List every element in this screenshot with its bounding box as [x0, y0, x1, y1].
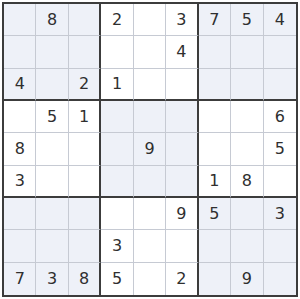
cell-r3c7[interactable]: [199, 69, 231, 101]
cell-r5c9[interactable]: 5: [264, 133, 296, 165]
cell-r2c1[interactable]: [4, 36, 36, 68]
cell-r3c9[interactable]: [264, 69, 296, 101]
cell-r7c8[interactable]: [231, 198, 263, 230]
cell-r5c4[interactable]: [101, 133, 133, 165]
given-digit: 3: [15, 173, 25, 189]
cell-r6c1[interactable]: 3: [4, 166, 36, 198]
cell-r5c7[interactable]: [199, 133, 231, 165]
given-digit: 8: [79, 271, 89, 287]
cell-r1c9[interactable]: 4: [264, 4, 296, 36]
cell-r3c4[interactable]: 1: [101, 69, 133, 101]
given-digit: 3: [176, 12, 186, 28]
cell-r5c2[interactable]: [36, 133, 68, 165]
cell-r9c7[interactable]: [199, 263, 231, 295]
cell-r9c5[interactable]: [134, 263, 166, 295]
cell-r4c8[interactable]: [231, 101, 263, 133]
given-digit: 2: [112, 12, 122, 28]
given-digit: 5: [112, 271, 122, 287]
cell-r9c4[interactable]: 5: [101, 263, 133, 295]
cell-r6c5[interactable]: [134, 166, 166, 198]
given-digit: 8: [47, 12, 57, 28]
cell-r8c8[interactable]: [231, 230, 263, 262]
cell-r6c2[interactable]: [36, 166, 68, 198]
cell-r8c2[interactable]: [36, 230, 68, 262]
cell-r4c3[interactable]: 1: [69, 101, 101, 133]
given-digit: 4: [176, 44, 186, 60]
cell-r7c9[interactable]: 3: [264, 198, 296, 230]
cell-r1c8[interactable]: 5: [231, 4, 263, 36]
cell-r1c3[interactable]: [69, 4, 101, 36]
cell-r6c7[interactable]: 1: [199, 166, 231, 198]
cell-r3c1[interactable]: 4: [4, 69, 36, 101]
cell-r5c3[interactable]: [69, 133, 101, 165]
cell-r3c2[interactable]: [36, 69, 68, 101]
cell-r2c7[interactable]: [199, 36, 231, 68]
cell-r1c7[interactable]: 7: [199, 4, 231, 36]
cell-r5c5[interactable]: 9: [134, 133, 166, 165]
cell-r1c4[interactable]: 2: [101, 4, 133, 36]
cell-r6c6[interactable]: [166, 166, 198, 198]
sudoku-board: 82375444215168953189533738529: [2, 2, 298, 297]
given-digit: 9: [242, 271, 252, 287]
given-digit: 2: [79, 76, 89, 92]
given-digit: 8: [15, 141, 25, 157]
given-digit: 1: [112, 76, 122, 92]
cell-r9c3[interactable]: 8: [69, 263, 101, 295]
given-digit: 3: [47, 271, 57, 287]
cell-r6c9[interactable]: [264, 166, 296, 198]
given-digit: 6: [275, 109, 285, 125]
given-digit: 5: [242, 12, 252, 28]
cell-r3c5[interactable]: [134, 69, 166, 101]
cell-r2c3[interactable]: [69, 36, 101, 68]
cell-r3c3[interactable]: 2: [69, 69, 101, 101]
cell-r5c1[interactable]: 8: [4, 133, 36, 165]
cell-r4c2[interactable]: 5: [36, 101, 68, 133]
given-digit: 9: [144, 141, 154, 157]
cell-r6c3[interactable]: [69, 166, 101, 198]
cell-r3c8[interactable]: [231, 69, 263, 101]
cell-r6c8[interactable]: 8: [231, 166, 263, 198]
cell-r2c8[interactable]: [231, 36, 263, 68]
cell-r7c2[interactable]: [36, 198, 68, 230]
cell-r7c1[interactable]: [4, 198, 36, 230]
cell-r9c6[interactable]: 2: [166, 263, 198, 295]
cell-r2c5[interactable]: [134, 36, 166, 68]
cell-r8c9[interactable]: [264, 230, 296, 262]
cell-r8c3[interactable]: [69, 230, 101, 262]
given-digit: 3: [275, 206, 285, 222]
cell-r9c1[interactable]: 7: [4, 263, 36, 295]
cell-r4c4[interactable]: [101, 101, 133, 133]
cell-r1c2[interactable]: 8: [36, 4, 68, 36]
given-digit: 5: [275, 141, 285, 157]
cell-r5c6[interactable]: [166, 133, 198, 165]
sudoku-page: 82375444215168953189533738529: [0, 0, 300, 299]
cell-r3c6[interactable]: [166, 69, 198, 101]
given-digit: 1: [209, 173, 219, 189]
given-digit: 7: [15, 271, 25, 287]
cell-r8c6[interactable]: [166, 230, 198, 262]
cell-r4c9[interactable]: 6: [264, 101, 296, 133]
cell-r7c3[interactable]: [69, 198, 101, 230]
given-digit: 5: [47, 109, 57, 125]
cell-r7c4[interactable]: [101, 198, 133, 230]
cell-r7c7[interactable]: 5: [199, 198, 231, 230]
cell-r7c6[interactable]: 9: [166, 198, 198, 230]
given-digit: 1: [79, 109, 89, 125]
given-digit: 8: [242, 173, 252, 189]
given-digit: 5: [209, 206, 219, 222]
cell-r4c6[interactable]: [166, 101, 198, 133]
cell-r2c4[interactable]: [101, 36, 133, 68]
cell-r4c1[interactable]: [4, 101, 36, 133]
given-digit: 4: [15, 76, 25, 92]
cell-r4c5[interactable]: [134, 101, 166, 133]
cell-r6c4[interactable]: [101, 166, 133, 198]
cell-r8c1[interactable]: [4, 230, 36, 262]
cell-r4c7[interactable]: [199, 101, 231, 133]
cell-r9c8[interactable]: 9: [231, 263, 263, 295]
cell-r7c5[interactable]: [134, 198, 166, 230]
given-digit: 2: [176, 271, 186, 287]
cell-r1c6[interactable]: 3: [166, 4, 198, 36]
cell-r2c6[interactable]: 4: [166, 36, 198, 68]
cell-r2c2[interactable]: [36, 36, 68, 68]
cell-r8c4[interactable]: 3: [101, 230, 133, 262]
cell-r8c7[interactable]: [199, 230, 231, 262]
given-digit: 3: [112, 238, 122, 254]
cell-r8c5[interactable]: [134, 230, 166, 262]
cell-r1c5[interactable]: [134, 4, 166, 36]
given-digit: 7: [209, 12, 219, 28]
cell-r2c9[interactable]: [264, 36, 296, 68]
cell-r9c9[interactable]: [264, 263, 296, 295]
cell-r1c1[interactable]: [4, 4, 36, 36]
cell-r9c2[interactable]: 3: [36, 263, 68, 295]
given-digit: 4: [275, 12, 285, 28]
given-digit: 9: [176, 206, 186, 222]
cell-r5c8[interactable]: [231, 133, 263, 165]
